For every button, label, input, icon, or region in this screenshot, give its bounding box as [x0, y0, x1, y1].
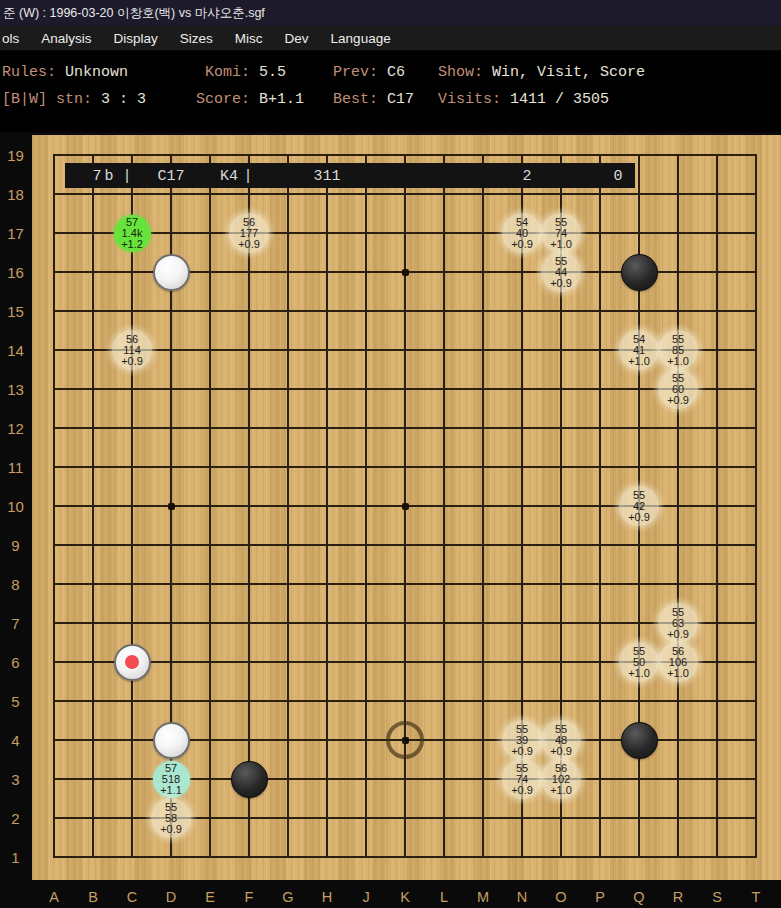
board-intersection[interactable] — [659, 682, 698, 721]
board-intersection[interactable] — [113, 799, 152, 838]
analysis-hint[interactable]: 571.4k+1.2 — [114, 215, 151, 252]
board-intersection[interactable] — [737, 799, 776, 838]
board-intersection[interactable] — [425, 370, 464, 409]
board-intersection[interactable] — [659, 175, 698, 214]
board-intersection[interactable] — [698, 604, 737, 643]
board-intersection[interactable] — [503, 565, 542, 604]
board-intersection[interactable] — [152, 838, 191, 877]
board-intersection[interactable] — [581, 721, 620, 760]
board-intersection[interactable] — [425, 838, 464, 877]
board-intersection[interactable] — [35, 448, 74, 487]
board-intersection[interactable]: 5542+0.9 — [620, 487, 659, 526]
board-intersection[interactable] — [308, 682, 347, 721]
board-intersection[interactable] — [542, 487, 581, 526]
board-intersection[interactable] — [425, 526, 464, 565]
analysis-hint[interactable]: 5542+0.9 — [619, 486, 659, 526]
board-intersection[interactable] — [269, 214, 308, 253]
board-intersection[interactable] — [386, 370, 425, 409]
board-intersection[interactable] — [464, 370, 503, 409]
board-intersection[interactable] — [347, 409, 386, 448]
board-intersection[interactable] — [269, 370, 308, 409]
board-intersection[interactable] — [659, 799, 698, 838]
board-intersection[interactable] — [113, 292, 152, 331]
board-intersection[interactable] — [464, 604, 503, 643]
analysis-hint[interactable]: 57518+1.1 — [153, 761, 190, 798]
board-intersection[interactable] — [35, 682, 74, 721]
menu-item-display[interactable]: Display — [103, 26, 169, 51]
board-intersection[interactable] — [113, 487, 152, 526]
board-intersection[interactable] — [347, 292, 386, 331]
board-intersection[interactable] — [152, 604, 191, 643]
board-intersection[interactable] — [737, 682, 776, 721]
board-intersection[interactable] — [386, 799, 425, 838]
board-intersection[interactable] — [425, 565, 464, 604]
board-intersection[interactable] — [542, 526, 581, 565]
board-intersection[interactable] — [113, 409, 152, 448]
board-intersection[interactable] — [620, 292, 659, 331]
board-intersection[interactable] — [269, 331, 308, 370]
board-intersection[interactable] — [425, 253, 464, 292]
analysis-hint[interactable]: 56102+1.0 — [541, 759, 581, 799]
board-intersection[interactable] — [386, 253, 425, 292]
board-intersection[interactable] — [542, 448, 581, 487]
board-intersection[interactable]: 5558+0.9 — [152, 799, 191, 838]
board-intersection[interactable] — [308, 292, 347, 331]
board-intersection[interactable]: 5441+1.0 — [620, 331, 659, 370]
board-intersection[interactable] — [737, 175, 776, 214]
board-intersection[interactable] — [737, 409, 776, 448]
board-intersection[interactable] — [308, 253, 347, 292]
board-intersection[interactable] — [659, 253, 698, 292]
board-intersection[interactable] — [542, 292, 581, 331]
board-intersection[interactable] — [698, 292, 737, 331]
board-intersection[interactable] — [464, 331, 503, 370]
board-intersection[interactable]: 5563+0.9 — [659, 604, 698, 643]
board-intersection[interactable] — [386, 565, 425, 604]
board-intersection[interactable] — [191, 799, 230, 838]
board-intersection[interactable] — [464, 682, 503, 721]
board-intersection[interactable] — [659, 292, 698, 331]
board-intersection[interactable] — [464, 721, 503, 760]
board-intersection[interactable] — [191, 448, 230, 487]
board-intersection[interactable]: 56177+0.9 — [230, 214, 269, 253]
board-intersection[interactable] — [542, 838, 581, 877]
board-intersection[interactable] — [620, 253, 659, 292]
board-intersection[interactable] — [35, 370, 74, 409]
board-intersection[interactable] — [503, 292, 542, 331]
board-intersection[interactable] — [113, 565, 152, 604]
board-intersection[interactable] — [581, 409, 620, 448]
board-intersection[interactable] — [620, 409, 659, 448]
board-intersection[interactable] — [308, 721, 347, 760]
board-intersection[interactable] — [737, 526, 776, 565]
board-intersection[interactable] — [425, 331, 464, 370]
board-intersection[interactable] — [74, 838, 113, 877]
board-intersection[interactable] — [230, 799, 269, 838]
board-intersection[interactable] — [152, 526, 191, 565]
board-intersection[interactable] — [230, 487, 269, 526]
board-intersection[interactable] — [581, 760, 620, 799]
board-intersection[interactable] — [269, 682, 308, 721]
board-intersection[interactable] — [581, 643, 620, 682]
board-intersection[interactable] — [269, 448, 308, 487]
board-intersection[interactable] — [347, 526, 386, 565]
board-intersection[interactable] — [74, 487, 113, 526]
analysis-hint[interactable]: 56177+0.9 — [229, 213, 269, 253]
board-intersection[interactable] — [269, 565, 308, 604]
board-intersection[interactable] — [386, 838, 425, 877]
analysis-hint[interactable]: 56106+1.0 — [658, 642, 698, 682]
board-intersection[interactable] — [620, 799, 659, 838]
board-intersection[interactable] — [308, 331, 347, 370]
board-intersection[interactable] — [230, 253, 269, 292]
board-intersection[interactable] — [347, 838, 386, 877]
board-intersection[interactable] — [737, 331, 776, 370]
board-intersection[interactable] — [269, 721, 308, 760]
board-intersection[interactable] — [464, 253, 503, 292]
board-intersection[interactable] — [503, 448, 542, 487]
analysis-hint[interactable]: 5544+0.9 — [541, 252, 581, 292]
board-intersection[interactable] — [581, 799, 620, 838]
board-intersection[interactable] — [386, 214, 425, 253]
board-intersection[interactable] — [269, 292, 308, 331]
board-intersection[interactable] — [737, 136, 776, 175]
board-intersection[interactable] — [503, 838, 542, 877]
board-intersection[interactable] — [581, 604, 620, 643]
board-intersection[interactable] — [191, 565, 230, 604]
board-intersection[interactable] — [74, 448, 113, 487]
board-intersection[interactable] — [698, 175, 737, 214]
board-intersection[interactable] — [386, 409, 425, 448]
board-intersection[interactable] — [35, 565, 74, 604]
board-intersection[interactable] — [425, 799, 464, 838]
board-intersection[interactable] — [620, 214, 659, 253]
board-intersection[interactable] — [659, 838, 698, 877]
board-intersection[interactable] — [230, 604, 269, 643]
board-intersection[interactable] — [425, 604, 464, 643]
board-intersection[interactable] — [503, 331, 542, 370]
board-intersection[interactable] — [308, 604, 347, 643]
board-intersection[interactable] — [503, 682, 542, 721]
board-intersection[interactable] — [698, 682, 737, 721]
board-intersection[interactable]: 56106+1.0 — [659, 643, 698, 682]
board-intersection[interactable] — [347, 643, 386, 682]
board-intersection[interactable] — [659, 409, 698, 448]
board-intersection[interactable] — [425, 643, 464, 682]
board-intersection[interactable] — [581, 448, 620, 487]
board-intersection[interactable] — [659, 721, 698, 760]
board-intersection[interactable] — [269, 760, 308, 799]
board-intersection[interactable] — [269, 253, 308, 292]
board-intersection[interactable] — [698, 214, 737, 253]
board-intersection[interactable] — [698, 331, 737, 370]
board-intersection[interactable] — [152, 721, 191, 760]
board-intersection[interactable] — [347, 448, 386, 487]
analysis-hint[interactable]: 5539+0.9 — [502, 720, 542, 760]
board-intersection[interactable] — [113, 682, 152, 721]
analysis-hint[interactable]: 5441+1.0 — [619, 330, 659, 370]
board-intersection[interactable]: 56102+1.0 — [542, 760, 581, 799]
board-intersection[interactable] — [308, 643, 347, 682]
board-intersection[interactable] — [425, 409, 464, 448]
board-intersection[interactable] — [74, 565, 113, 604]
board-intersection[interactable] — [542, 643, 581, 682]
board-intersection[interactable] — [659, 760, 698, 799]
board-intersection[interactable] — [698, 799, 737, 838]
board-intersection[interactable] — [308, 214, 347, 253]
analysis-hint[interactable]: 5560+0.9 — [658, 369, 698, 409]
board-intersection[interactable] — [152, 292, 191, 331]
board-intersection[interactable] — [152, 409, 191, 448]
board-intersection[interactable] — [503, 409, 542, 448]
menu-item-analysis[interactable]: Analysis — [30, 26, 102, 51]
board-intersection[interactable] — [425, 292, 464, 331]
board-intersection[interactable] — [269, 604, 308, 643]
board-intersection[interactable] — [113, 721, 152, 760]
board-intersection[interactable] — [74, 760, 113, 799]
board-intersection[interactable] — [698, 838, 737, 877]
board-intersection[interactable] — [347, 760, 386, 799]
board-intersection[interactable] — [347, 721, 386, 760]
analysis-hint[interactable]: 5574+0.9 — [502, 759, 542, 799]
board-intersection[interactable] — [581, 682, 620, 721]
board-intersection[interactable] — [152, 370, 191, 409]
board-intersection[interactable] — [230, 526, 269, 565]
board-intersection[interactable] — [464, 565, 503, 604]
board-intersection[interactable] — [659, 526, 698, 565]
board-intersection[interactable] — [35, 604, 74, 643]
board-intersection[interactable] — [74, 643, 113, 682]
board-intersection[interactable] — [74, 214, 113, 253]
board-intersection[interactable] — [35, 253, 74, 292]
board-intersection[interactable] — [113, 448, 152, 487]
board-intersection[interactable] — [698, 565, 737, 604]
board-intersection[interactable] — [425, 448, 464, 487]
board-intersection[interactable] — [230, 370, 269, 409]
board-intersection[interactable] — [503, 370, 542, 409]
board-intersection[interactable] — [581, 487, 620, 526]
board-intersection[interactable] — [464, 214, 503, 253]
menu-item-misc[interactable]: Misc — [224, 26, 274, 51]
board-intersection[interactable] — [191, 292, 230, 331]
board-intersection[interactable] — [113, 838, 152, 877]
board-intersection[interactable] — [698, 448, 737, 487]
board-intersection[interactable] — [152, 253, 191, 292]
board-intersection[interactable] — [74, 799, 113, 838]
menu-item-dev[interactable]: Dev — [274, 26, 320, 51]
board-intersection[interactable] — [503, 604, 542, 643]
board-intersection[interactable] — [230, 565, 269, 604]
board-intersection[interactable] — [74, 526, 113, 565]
board-intersection[interactable]: 5548+0.9 — [542, 721, 581, 760]
board-intersection[interactable] — [191, 487, 230, 526]
board-intersection[interactable] — [620, 721, 659, 760]
board-intersection[interactable] — [347, 214, 386, 253]
board-intersection[interactable] — [74, 292, 113, 331]
board-intersection[interactable] — [308, 526, 347, 565]
board-intersection[interactable] — [152, 487, 191, 526]
board-intersection[interactable] — [269, 838, 308, 877]
board-intersection[interactable] — [386, 526, 425, 565]
board-intersection[interactable]: 5550+1.0 — [620, 643, 659, 682]
board-intersection[interactable]: 571.4k+1.2 — [113, 214, 152, 253]
board-intersection[interactable] — [581, 292, 620, 331]
board-intersection[interactable] — [386, 292, 425, 331]
board-intersection[interactable] — [737, 838, 776, 877]
analysis-hint[interactable]: 5550+1.0 — [619, 642, 659, 682]
board-intersection[interactable] — [581, 526, 620, 565]
board-intersection[interactable] — [191, 370, 230, 409]
board-intersection[interactable] — [269, 799, 308, 838]
board-intersection[interactable] — [503, 253, 542, 292]
board-intersection[interactable] — [425, 487, 464, 526]
board-intersection[interactable] — [737, 760, 776, 799]
board-intersection[interactable] — [698, 370, 737, 409]
board-intersection[interactable] — [386, 643, 425, 682]
board-intersection[interactable] — [308, 838, 347, 877]
board-intersection[interactable] — [581, 214, 620, 253]
board-intersection[interactable] — [620, 682, 659, 721]
board-intersection[interactable] — [191, 643, 230, 682]
board-intersection[interactable] — [464, 799, 503, 838]
menu-item-sizes[interactable]: Sizes — [169, 26, 224, 51]
board-intersection[interactable] — [386, 448, 425, 487]
board-intersection[interactable] — [308, 448, 347, 487]
board-intersection[interactable] — [464, 526, 503, 565]
board-intersection[interactable] — [659, 565, 698, 604]
board-intersection[interactable] — [698, 721, 737, 760]
board-intersection[interactable] — [152, 643, 191, 682]
board-intersection[interactable] — [737, 214, 776, 253]
board-intersection[interactable] — [347, 370, 386, 409]
board-intersection[interactable] — [737, 721, 776, 760]
board-intersection[interactable] — [464, 643, 503, 682]
board-intersection[interactable] — [464, 292, 503, 331]
board-intersection[interactable] — [191, 604, 230, 643]
board-intersection[interactable] — [191, 682, 230, 721]
board-intersection[interactable] — [386, 682, 425, 721]
board-intersection[interactable] — [659, 448, 698, 487]
board-intersection[interactable] — [74, 604, 113, 643]
board-intersection[interactable] — [308, 799, 347, 838]
board-intersection[interactable] — [620, 370, 659, 409]
board-intersection[interactable] — [542, 370, 581, 409]
board-intersection[interactable] — [191, 838, 230, 877]
board-intersection[interactable] — [347, 253, 386, 292]
board-intersection[interactable]: 5544+0.9 — [542, 253, 581, 292]
board-intersection[interactable] — [308, 760, 347, 799]
board-intersection[interactable]: 5585+1.0 — [659, 331, 698, 370]
analysis-hint[interactable]: 5548+0.9 — [541, 720, 581, 760]
board-intersection[interactable] — [113, 643, 152, 682]
board-intersection[interactable] — [191, 721, 230, 760]
board-intersection[interactable] — [347, 682, 386, 721]
board-intersection[interactable] — [386, 721, 425, 760]
analysis-hint[interactable]: 5585+1.0 — [658, 330, 698, 370]
board-intersection[interactable] — [230, 760, 269, 799]
board-intersection[interactable]: 5574+0.9 — [503, 760, 542, 799]
board-intersection[interactable] — [620, 565, 659, 604]
board-intersection[interactable] — [386, 487, 425, 526]
board-intersection[interactable] — [386, 331, 425, 370]
board-intersection[interactable] — [113, 760, 152, 799]
analysis-hint[interactable]: 5558+0.9 — [151, 798, 191, 838]
board-intersection[interactable] — [542, 799, 581, 838]
board-intersection[interactable] — [737, 370, 776, 409]
board-intersection[interactable] — [542, 604, 581, 643]
board-intersection[interactable] — [737, 487, 776, 526]
board-intersection[interactable] — [308, 370, 347, 409]
board-intersection[interactable] — [581, 838, 620, 877]
board-intersection[interactable] — [542, 565, 581, 604]
board-intersection[interactable] — [698, 253, 737, 292]
board-intersection[interactable] — [737, 604, 776, 643]
board-intersection[interactable] — [191, 526, 230, 565]
board-intersection[interactable] — [35, 799, 74, 838]
board-intersection[interactable] — [113, 604, 152, 643]
board-intersection[interactable] — [347, 565, 386, 604]
analysis-hint[interactable]: 56114+0.9 — [112, 330, 152, 370]
board-intersection[interactable] — [35, 409, 74, 448]
board-intersection[interactable] — [503, 487, 542, 526]
board-intersection[interactable] — [35, 487, 74, 526]
board-intersection[interactable] — [191, 760, 230, 799]
board-intersection[interactable]: 5574+1.0 — [542, 214, 581, 253]
board-intersection[interactable] — [152, 682, 191, 721]
board-intersection[interactable] — [698, 487, 737, 526]
board-intersection[interactable] — [308, 565, 347, 604]
board-intersection[interactable] — [698, 760, 737, 799]
board-intersection[interactable] — [620, 604, 659, 643]
board-intersection[interactable] — [542, 409, 581, 448]
board-intersection[interactable] — [425, 682, 464, 721]
board-intersection[interactable] — [542, 682, 581, 721]
board-intersection[interactable] — [464, 838, 503, 877]
board-intersection[interactable] — [74, 370, 113, 409]
board-intersection[interactable] — [230, 448, 269, 487]
board-intersection[interactable] — [581, 331, 620, 370]
board-intersection[interactable] — [503, 643, 542, 682]
board-intersection[interactable] — [230, 838, 269, 877]
board-intersection[interactable] — [425, 721, 464, 760]
board-intersection[interactable] — [386, 604, 425, 643]
board-intersection[interactable] — [230, 409, 269, 448]
board-intersection[interactable] — [35, 214, 74, 253]
board-intersection[interactable] — [113, 370, 152, 409]
board-intersection[interactable] — [698, 136, 737, 175]
board-intersection[interactable] — [152, 448, 191, 487]
board-intersection[interactable] — [464, 760, 503, 799]
board-intersection[interactable] — [35, 331, 74, 370]
board-intersection[interactable] — [230, 643, 269, 682]
board-intersection[interactable] — [152, 214, 191, 253]
board-intersection[interactable] — [35, 760, 74, 799]
board-intersection[interactable] — [659, 487, 698, 526]
board-intersection[interactable] — [35, 721, 74, 760]
board-intersection[interactable] — [35, 526, 74, 565]
board-intersection[interactable] — [620, 448, 659, 487]
board-intersection[interactable] — [464, 448, 503, 487]
board-intersection[interactable] — [230, 292, 269, 331]
board-intersection[interactable]: 56114+0.9 — [113, 331, 152, 370]
board-intersection[interactable] — [620, 526, 659, 565]
board-intersection[interactable] — [698, 409, 737, 448]
board-intersection[interactable] — [347, 799, 386, 838]
board-intersection[interactable] — [191, 409, 230, 448]
board-intersection[interactable] — [503, 799, 542, 838]
analysis-hint[interactable]: 5563+0.9 — [658, 603, 698, 643]
board-intersection[interactable] — [152, 331, 191, 370]
